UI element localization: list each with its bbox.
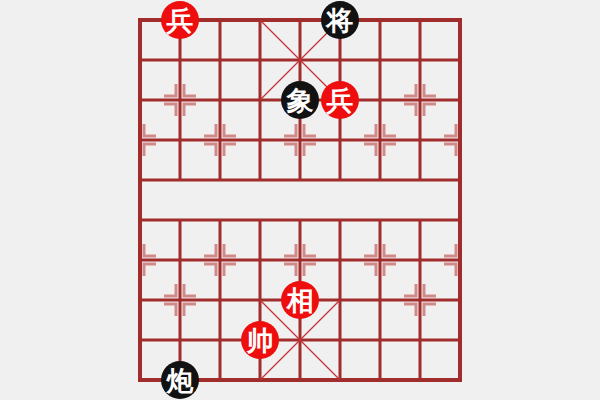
piece-red-soldier-b1[interactable]: 兵 [161,1,199,39]
piece-black-elephant-e3[interactable]: 象 [281,81,319,119]
piece-black-cannon-b10[interactable]: 炮 [161,361,199,399]
piece-black-general-f1[interactable]: 将 [321,1,359,39]
xiangqi-board: 兵将象兵相帅炮 [0,0,600,400]
piece-red-general-d9[interactable]: 帅 [241,321,279,359]
piece-red-elephant-e8[interactable]: 相 [281,281,319,319]
pieces-layer: 兵将象兵相帅炮 [0,0,600,400]
piece-red-soldier-f3[interactable]: 兵 [321,81,359,119]
